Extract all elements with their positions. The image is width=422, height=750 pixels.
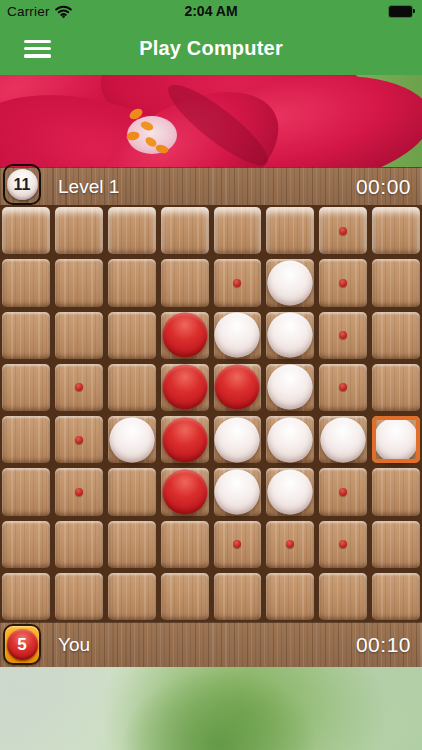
move-hint-dot [233, 540, 241, 548]
status-time: 2:04 AM [0, 3, 422, 19]
player-score-badge-active-turn: 5 [3, 624, 41, 665]
player-timer: 00:10 [356, 633, 411, 657]
battery-icon [389, 6, 415, 17]
move-hint-dot [75, 436, 83, 444]
white-disc [215, 469, 260, 514]
player-bar: 5 You 00:10 [0, 622, 422, 667]
board-cell-d2[interactable] [161, 259, 209, 306]
opponent-bar: 11 Level 1 00:00 [0, 167, 422, 205]
board-cell-g6[interactable] [319, 468, 367, 515]
board-cell-c2[interactable] [108, 259, 156, 306]
board-cell-g5[interactable] [319, 416, 367, 463]
page-title: Play Computer [139, 37, 283, 60]
board-cell-d4[interactable] [161, 364, 209, 411]
white-disc [215, 313, 260, 358]
board-cell-b2[interactable] [55, 259, 103, 306]
app-screen: Carrier 2:04 AM Play Computer [0, 0, 422, 750]
board-cell-g4[interactable] [319, 364, 367, 411]
flower-banner-image [0, 75, 422, 167]
board-cell-b7[interactable] [55, 521, 103, 568]
opponent-score-badge: 11 [3, 164, 41, 205]
board-cell-g8[interactable] [319, 573, 367, 620]
board-cell-a4[interactable] [2, 364, 50, 411]
white-disc [268, 469, 313, 514]
board-cell-f5[interactable] [266, 416, 314, 463]
board-cell-g1[interactable] [319, 207, 367, 254]
board-cell-c3[interactable] [108, 312, 156, 359]
board-cell-b1[interactable] [55, 207, 103, 254]
board-cell-d5[interactable] [161, 416, 209, 463]
red-disc [162, 313, 207, 358]
board-cell-a1[interactable] [2, 207, 50, 254]
red-disc [162, 469, 207, 514]
board-cell-b3[interactable] [55, 312, 103, 359]
board-cell-a7[interactable] [2, 521, 50, 568]
board-cell-f3[interactable] [266, 312, 314, 359]
board-cell-h6[interactable] [372, 468, 420, 515]
board-cell-a8[interactable] [2, 573, 50, 620]
white-disc [215, 417, 260, 462]
board-cell-f6[interactable] [266, 468, 314, 515]
board-cell-h2[interactable] [372, 259, 420, 306]
board-cell-c8[interactable] [108, 573, 156, 620]
board-cell-g3[interactable] [319, 312, 367, 359]
board-cell-b5[interactable] [55, 416, 103, 463]
move-hint-dot [233, 279, 241, 287]
board-cell-e5[interactable] [214, 416, 262, 463]
red-disc [215, 365, 260, 410]
board-cell-b8[interactable] [55, 573, 103, 620]
board-cell-f7[interactable] [266, 521, 314, 568]
board-cell-d3[interactable] [161, 312, 209, 359]
board-cell-b6[interactable] [55, 468, 103, 515]
board-cell-h1[interactable] [372, 207, 420, 254]
footer-background-image [0, 667, 422, 750]
board-cell-h4[interactable] [372, 364, 420, 411]
board-cell-c4[interactable] [108, 364, 156, 411]
board-cell-h8[interactable] [372, 573, 420, 620]
opponent-name: Level 1 [58, 176, 119, 198]
board-cell-e1[interactable] [214, 207, 262, 254]
board-cell-h3[interactable] [372, 312, 420, 359]
red-disc [162, 365, 207, 410]
board-cell-f1[interactable] [266, 207, 314, 254]
move-hint-dot [339, 488, 347, 496]
board-cell-c1[interactable] [108, 207, 156, 254]
board-cell-a2[interactable] [2, 259, 50, 306]
white-disc [109, 417, 154, 462]
player-name: You [58, 634, 90, 656]
hamburger-menu-icon[interactable] [24, 40, 51, 58]
board-cell-c6[interactable] [108, 468, 156, 515]
move-hint-dot [339, 227, 347, 235]
move-hint-dot [286, 540, 294, 548]
red-disc-score: 5 [7, 629, 38, 660]
board-cell-h5[interactable] [372, 416, 420, 463]
board-cell-f2[interactable] [266, 259, 314, 306]
board-cell-d7[interactable] [161, 521, 209, 568]
opponent-timer: 00:00 [356, 175, 411, 199]
board-cell-f8[interactable] [266, 573, 314, 620]
move-hint-dot [339, 331, 347, 339]
board-cell-e7[interactable] [214, 521, 262, 568]
white-disc [374, 417, 419, 462]
board-cell-a6[interactable] [2, 468, 50, 515]
nav-bar: Play Computer [0, 22, 422, 75]
board-cell-g7[interactable] [319, 521, 367, 568]
status-bar: Carrier 2:04 AM [0, 0, 422, 22]
board-cell-h7[interactable] [372, 521, 420, 568]
board-cell-d8[interactable] [161, 573, 209, 620]
move-hint-dot [339, 540, 347, 548]
board-cell-e4[interactable] [214, 364, 262, 411]
board-cell-f4[interactable] [266, 364, 314, 411]
move-hint-dot [75, 383, 83, 391]
white-disc [268, 365, 313, 410]
board-cell-e2[interactable] [214, 259, 262, 306]
white-disc [268, 260, 313, 305]
board-cell-a5[interactable] [2, 416, 50, 463]
board-cell-e6[interactable] [214, 468, 262, 515]
white-disc-score: 11 [7, 169, 38, 200]
red-disc [162, 417, 207, 462]
board [0, 205, 422, 622]
board-cell-c5[interactable] [108, 416, 156, 463]
move-hint-dot [339, 383, 347, 391]
board-cell-d1[interactable] [161, 207, 209, 254]
board-cell-e8[interactable] [214, 573, 262, 620]
board-cell-a3[interactable] [2, 312, 50, 359]
white-disc [268, 313, 313, 358]
move-hint-dot [75, 488, 83, 496]
board-cell-e3[interactable] [214, 312, 262, 359]
board-cell-c7[interactable] [108, 521, 156, 568]
board-cell-b4[interactable] [55, 364, 103, 411]
white-disc [321, 417, 366, 462]
board-cell-d6[interactable] [161, 468, 209, 515]
move-hint-dot [339, 279, 347, 287]
board-cell-g2[interactable] [319, 259, 367, 306]
white-disc [268, 417, 313, 462]
